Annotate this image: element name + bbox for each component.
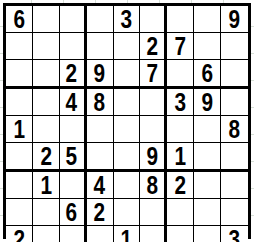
cell-r6c6[interactable]: 9 <box>140 143 167 172</box>
given-digit: 9 <box>94 60 106 86</box>
given-digit: 2 <box>66 60 78 86</box>
given-digit: 7 <box>174 33 186 59</box>
cell-r6c4[interactable] <box>87 143 114 172</box>
cell-r8c7[interactable] <box>167 199 194 226</box>
cell-r7c3[interactable] <box>60 172 87 199</box>
cell-r5c9[interactable]: 8 <box>221 116 248 143</box>
cell-r2c7[interactable]: 7 <box>167 33 194 60</box>
cell-r7c9[interactable] <box>221 172 248 199</box>
cell-r6c5[interactable] <box>114 143 141 172</box>
given-digit: 8 <box>229 116 241 142</box>
given-digit: 9 <box>147 143 159 169</box>
cell-r9c2[interactable] <box>33 226 60 242</box>
cell-r2c8[interactable] <box>194 33 221 60</box>
cell-r5c3[interactable] <box>60 116 87 143</box>
cell-r5c8[interactable] <box>194 116 221 143</box>
cell-r2c9[interactable] <box>221 33 248 60</box>
given-digit: 3 <box>229 226 241 242</box>
cell-r6c2[interactable]: 2 <box>33 143 60 172</box>
given-digit: 7 <box>147 60 159 86</box>
given-digit: 4 <box>66 89 78 115</box>
given-digit: 5 <box>66 143 78 169</box>
cell-r2c5[interactable] <box>114 33 141 60</box>
given-digit: 4 <box>94 172 106 198</box>
cell-r9c4[interactable] <box>87 226 114 242</box>
cell-r7c4[interactable]: 4 <box>87 172 114 199</box>
cell-r4c8[interactable]: 9 <box>194 89 221 116</box>
cell-r4c6[interactable] <box>140 89 167 116</box>
given-digit: 2 <box>40 143 52 169</box>
cell-r5c1[interactable]: 1 <box>6 116 33 143</box>
cell-r3c6[interactable]: 7 <box>140 60 167 89</box>
cell-r8c6[interactable] <box>140 199 167 226</box>
cell-r1c3[interactable] <box>60 6 87 33</box>
cell-r2c1[interactable] <box>6 33 33 60</box>
given-digit: 3 <box>174 89 186 115</box>
cell-r1c9[interactable]: 9 <box>221 6 248 33</box>
cell-r9c8[interactable] <box>194 226 221 242</box>
cell-r8c2[interactable] <box>33 199 60 226</box>
cell-r9c6[interactable] <box>140 226 167 242</box>
cell-r3c4[interactable]: 9 <box>87 60 114 89</box>
cell-r4c1[interactable] <box>6 89 33 116</box>
cell-r9c1[interactable]: 2 <box>6 226 33 242</box>
cell-r6c8[interactable] <box>194 143 221 172</box>
cell-r7c1[interactable] <box>6 172 33 199</box>
cell-r3c7[interactable] <box>167 60 194 89</box>
cell-r6c7[interactable]: 1 <box>167 143 194 172</box>
cell-r8c4[interactable]: 2 <box>87 199 114 226</box>
cell-r8c3[interactable]: 6 <box>60 199 87 226</box>
cell-r2c3[interactable] <box>60 33 87 60</box>
cell-r7c2[interactable]: 1 <box>33 172 60 199</box>
cell-r8c8[interactable] <box>194 199 221 226</box>
cell-r2c6[interactable]: 2 <box>140 33 167 60</box>
cell-r3c2[interactable] <box>33 60 60 89</box>
given-digit: 3 <box>121 6 133 32</box>
screenshot-root: { "game": "sudoku", "position": "6...3..… <box>0 0 254 242</box>
given-digit: 6 <box>13 6 25 32</box>
cell-r8c1[interactable] <box>6 199 33 226</box>
given-digit: 1 <box>13 116 25 142</box>
given-digit: 2 <box>13 226 25 242</box>
given-digit: 6 <box>201 60 213 86</box>
cell-r7c5[interactable] <box>114 172 141 199</box>
cell-r5c7[interactable] <box>167 116 194 143</box>
cell-r6c1[interactable] <box>6 143 33 172</box>
cell-r5c5[interactable] <box>114 116 141 143</box>
cell-r6c3[interactable]: 5 <box>60 143 87 172</box>
cell-r2c2[interactable] <box>33 33 60 60</box>
cell-r1c5[interactable]: 3 <box>114 6 141 33</box>
cell-r7c6[interactable]: 8 <box>140 172 167 199</box>
sudoku-board: 6392729764839182591148262213 <box>3 3 251 239</box>
cell-r9c7[interactable] <box>167 226 194 242</box>
cell-r7c8[interactable] <box>194 172 221 199</box>
cell-r9c5[interactable]: 1 <box>114 226 141 242</box>
given-digit: 1 <box>40 172 52 198</box>
cell-r1c2[interactable] <box>33 6 60 33</box>
cell-r5c6[interactable] <box>140 116 167 143</box>
cell-r3c9[interactable] <box>221 60 248 89</box>
cell-r4c2[interactable] <box>33 89 60 116</box>
given-digit: 9 <box>201 89 213 115</box>
cell-r1c6[interactable] <box>140 6 167 33</box>
cell-r9c3[interactable] <box>60 226 87 242</box>
cell-r9c9[interactable]: 3 <box>221 226 248 242</box>
cell-r8c9[interactable] <box>221 199 248 226</box>
cell-r7c7[interactable]: 2 <box>167 172 194 199</box>
given-digit: 1 <box>174 143 186 169</box>
cell-r4c5[interactable] <box>114 89 141 116</box>
cell-r3c3[interactable]: 2 <box>60 60 87 89</box>
given-digit: 8 <box>94 89 106 115</box>
cell-r5c4[interactable] <box>87 116 114 143</box>
cell-r1c7[interactable] <box>167 6 194 33</box>
cell-r1c1[interactable]: 6 <box>6 6 33 33</box>
given-digit: 1 <box>121 226 133 242</box>
cell-r5c2[interactable] <box>33 116 60 143</box>
cell-r6c9[interactable] <box>221 143 248 172</box>
cell-r3c1[interactable] <box>6 60 33 89</box>
cell-r4c7[interactable]: 3 <box>167 89 194 116</box>
given-digit: 8 <box>147 172 159 198</box>
cell-r4c9[interactable] <box>221 89 248 116</box>
given-digit: 2 <box>94 199 106 225</box>
given-digit: 9 <box>229 6 241 32</box>
cell-r4c4[interactable]: 8 <box>87 89 114 116</box>
given-digit: 6 <box>66 199 78 225</box>
given-digit: 2 <box>147 33 159 59</box>
cell-r2c4[interactable] <box>87 33 114 60</box>
cell-r3c5[interactable] <box>114 60 141 89</box>
cell-r1c4[interactable] <box>87 6 114 33</box>
given-digit: 2 <box>174 172 186 198</box>
cell-r8c5[interactable] <box>114 199 141 226</box>
cell-r4c3[interactable]: 4 <box>60 89 87 116</box>
cell-r1c8[interactable] <box>194 6 221 33</box>
cell-r3c8[interactable]: 6 <box>194 60 221 89</box>
